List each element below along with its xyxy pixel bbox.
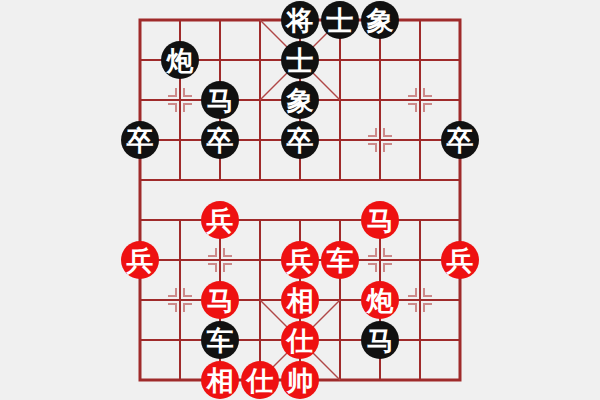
piece-black-soldier[interactable]: 卒: [281, 121, 319, 159]
piece-black-advisor[interactable]: 士: [281, 41, 319, 79]
piece-red-soldier[interactable]: 兵: [281, 241, 319, 279]
piece-black-soldier[interactable]: 卒: [441, 121, 479, 159]
piece-red-soldier[interactable]: 兵: [441, 241, 479, 279]
piece-black-elephant[interactable]: 象: [281, 81, 319, 119]
piece-red-soldier[interactable]: 兵: [121, 241, 159, 279]
piece-red-soldier[interactable]: 兵: [201, 201, 239, 239]
piece-red-horse[interactable]: 马: [201, 281, 239, 319]
xiangqi-board-screen: 将士象炮士马象卒卒卒卒兵马兵兵车兵马相炮车仕马相仕帅: [0, 0, 600, 400]
piece-red-general[interactable]: 帅: [281, 361, 319, 399]
piece-black-general[interactable]: 将: [281, 1, 319, 39]
board-pieces-layer: 将士象炮士马象卒卒卒卒兵马兵兵车兵马相炮车仕马相仕帅: [120, 0, 480, 400]
piece-black-advisor[interactable]: 士: [321, 1, 359, 39]
piece-red-advisor[interactable]: 仕: [241, 361, 279, 399]
piece-red-chariot[interactable]: 车: [321, 241, 359, 279]
piece-red-elephant[interactable]: 相: [201, 361, 239, 399]
piece-black-horse[interactable]: 马: [361, 321, 399, 359]
piece-black-cannon[interactable]: 炮: [161, 41, 199, 79]
piece-red-horse[interactable]: 马: [361, 201, 399, 239]
piece-black-elephant[interactable]: 象: [361, 1, 399, 39]
piece-red-advisor[interactable]: 仕: [281, 321, 319, 359]
piece-black-soldier[interactable]: 卒: [201, 121, 239, 159]
piece-red-cannon[interactable]: 炮: [361, 281, 399, 319]
piece-red-elephant[interactable]: 相: [281, 281, 319, 319]
piece-black-chariot[interactable]: 车: [201, 321, 239, 359]
piece-black-soldier[interactable]: 卒: [121, 121, 159, 159]
piece-black-horse[interactable]: 马: [201, 81, 239, 119]
